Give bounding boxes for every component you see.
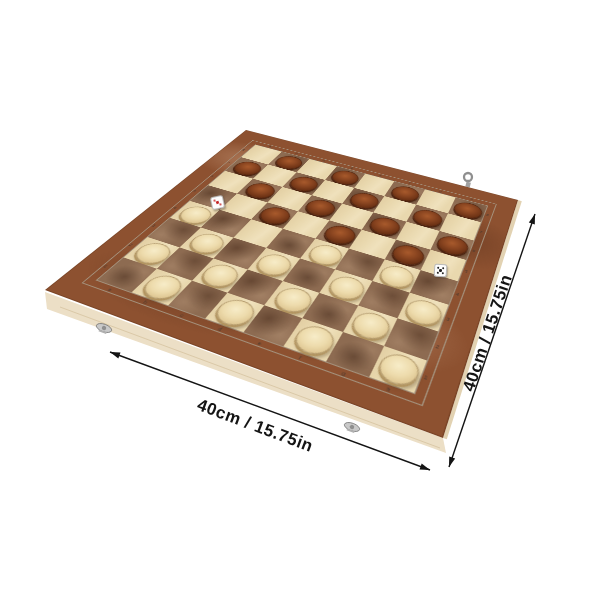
- game-board: abcdefghabcdefgh8765432187654321: [45, 130, 518, 438]
- coordinate-label: h: [386, 385, 392, 392]
- hanging-ring-icon: [464, 173, 472, 181]
- arrowhead-icon: [110, 352, 121, 359]
- coordinate-label: a: [268, 145, 272, 148]
- coordinate-label: a: [107, 286, 114, 291]
- latch-icon: [95, 322, 113, 336]
- coordinate-label: 2: [127, 243, 134, 247]
- die-pip: [442, 267, 444, 269]
- coordinate-label: 3: [151, 224, 157, 228]
- arrowhead-icon: [529, 214, 535, 225]
- coordinate-label: 5: [464, 269, 468, 274]
- coordinate-label: 5: [192, 190, 197, 193]
- coordinate-label: 6: [210, 175, 215, 178]
- coordinate-label: f: [408, 181, 411, 184]
- arrowhead-icon: [420, 464, 431, 471]
- coordinate-label: 2: [435, 344, 440, 350]
- coordinate-label: 1: [423, 374, 429, 381]
- coordinate-label: d: [350, 166, 354, 169]
- coordinate-label: 3: [446, 316, 451, 322]
- die-pip: [442, 272, 444, 274]
- coordinate-label: d: [217, 326, 224, 332]
- coordinate-label: 8: [242, 148, 247, 151]
- coordinate-label: 4: [172, 206, 178, 210]
- coordinate-label: c: [179, 312, 186, 318]
- die-pip: [220, 203, 223, 206]
- coordinate-label: h: [470, 197, 474, 200]
- checkerboard-grid: [97, 145, 487, 393]
- dimension-label-width: 40cm / 15.75in: [163, 383, 348, 468]
- die-pip: [437, 272, 439, 274]
- product-photo-stage: abcdefghabcdefgh8765432187654321 40cm / …: [0, 0, 600, 600]
- coordinate-label: 8: [486, 213, 490, 217]
- coordinate-label: f: [298, 354, 303, 360]
- coordinate-label: 1: [102, 264, 109, 269]
- latch-icon: [343, 421, 361, 435]
- coordinate-label: 4: [455, 292, 460, 297]
- die-icon: [434, 264, 448, 278]
- coordinate-label: e: [379, 174, 383, 177]
- coordinate-label: g: [341, 369, 347, 376]
- coordinate-label: b: [142, 299, 149, 304]
- coordinate-label: g: [439, 189, 443, 192]
- coordinate-label: c: [322, 159, 326, 162]
- coordinate-label: 7: [479, 230, 483, 234]
- coordinate-label: b: [295, 152, 299, 155]
- coordinate-label: e: [257, 340, 264, 346]
- coordinate-label: 6: [472, 249, 476, 253]
- arrowhead-icon: [449, 456, 455, 467]
- coordinate-label: 7: [226, 161, 231, 164]
